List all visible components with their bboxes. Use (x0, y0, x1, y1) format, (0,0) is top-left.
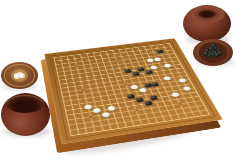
white-stone (182, 86, 191, 91)
go-set-photo (0, 0, 244, 162)
white-stone (178, 78, 187, 83)
white-stone (171, 92, 180, 97)
star-point (89, 116, 92, 118)
white-stone (139, 88, 148, 93)
black-stone (135, 97, 144, 102)
white-stone (150, 65, 158, 70)
black-lid-stone (211, 44, 216, 49)
black-stone (126, 94, 135, 99)
lid-with-white-stones (1, 62, 38, 89)
go-bowl-closed (183, 5, 231, 42)
black-stone (149, 95, 158, 100)
star-point (115, 60, 117, 61)
white-stone (162, 76, 171, 81)
white-lid-stone (19, 73, 25, 79)
black-stone (137, 67, 145, 72)
black-stone (156, 49, 164, 53)
white-stone-pile (11, 68, 29, 82)
white-stone (83, 104, 92, 110)
white-stone (92, 108, 101, 114)
black-stone-pile (199, 42, 228, 63)
white-stone (107, 106, 116, 112)
board-grid (54, 43, 211, 136)
black-stone (144, 101, 153, 106)
black-stone (145, 70, 153, 75)
black-lid-stone (203, 51, 208, 56)
black-stone (151, 82, 160, 87)
star-point (154, 55, 156, 56)
closed-bowl-lid-recess (198, 10, 216, 18)
star-point (178, 103, 181, 105)
white-stone (153, 57, 161, 61)
white-stone (163, 64, 171, 68)
black-stone (132, 72, 140, 77)
go-bowl-open (1, 93, 50, 136)
white-stone (130, 84, 139, 89)
star-point (124, 83, 126, 84)
white-stone (101, 112, 110, 118)
lid-with-black-stones (193, 39, 233, 66)
star-point (75, 65, 77, 66)
black-stone (123, 69, 131, 74)
open-bowl-opening (6, 95, 44, 113)
black-lid-stone (217, 51, 222, 56)
star-point (82, 89, 84, 90)
star-point (134, 109, 137, 111)
